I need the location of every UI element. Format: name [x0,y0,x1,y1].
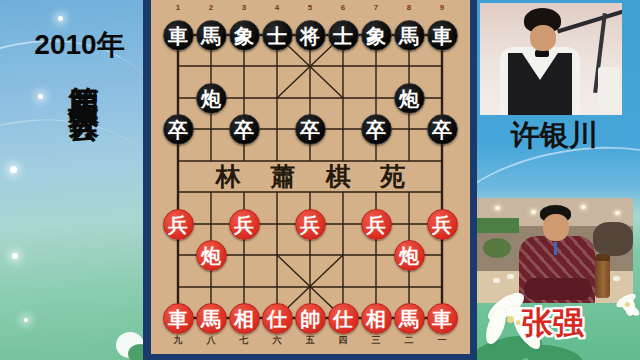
player-name-bottom: 张强 [477,302,640,344]
file-label: 3 [242,3,246,12]
sparkle-icon [58,16,63,21]
piece-black-soldier: 卒 [295,114,326,145]
player-figure [535,50,549,57]
board-frame-right [470,0,477,360]
piece-red-soldier: 兵 [229,209,260,240]
piece-red-advisor: 仕 [262,303,293,334]
cup [613,276,620,281]
piece-red-general: 帥 [295,303,326,334]
piece-red-soldier: 兵 [163,209,194,240]
piece-red-elephant: 相 [361,303,392,334]
piece-black-advisor: 士 [262,20,293,51]
file-label: 六 [273,334,282,347]
file-label: 五 [306,334,315,347]
event-title: 第四届体育大会 [62,62,104,90]
piece-red-horse: 馬 [196,303,227,334]
piece-black-soldier: 卒 [361,114,392,145]
cup [507,274,514,279]
xiangqi-board: 林蕭棋苑 123456789 九八七六五四三二一 車馬象士将士象馬車炮炮卒卒卒卒… [151,0,470,354]
file-label: 8 [407,3,411,12]
player-figure [554,242,557,255]
thermos [595,254,610,298]
radiator [598,67,620,109]
cup [493,278,500,283]
player-name-top: 许银川 [477,116,640,156]
camera-rig [557,9,622,34]
piece-black-cannon: 炮 [196,83,227,114]
video-frame: 2010年 第四届体育大会 林蕭棋苑 123456789 九八七六五四三二一 車… [0,0,640,360]
banner [477,218,519,233]
left-title-panel: 2010年 第四届体育大会 [0,0,143,360]
file-label: 5 [308,3,312,12]
piece-black-soldier: 卒 [163,114,194,145]
file-label: 一 [438,334,447,347]
piece-red-soldier: 兵 [361,209,392,240]
room-background [593,222,633,256]
piece-black-soldier: 卒 [427,114,458,145]
piece-red-chariot: 車 [427,303,458,334]
file-label: 二 [405,334,414,347]
piece-red-elephant: 相 [229,303,260,334]
ceiling-light [581,205,586,209]
piece-black-advisor: 士 [328,20,359,51]
sparkle-icon [12,253,18,259]
sparkle-icon [38,94,43,99]
ceiling-light [495,206,500,210]
piece-red-advisor: 仕 [328,303,359,334]
file-label: 4 [275,3,279,12]
piece-black-general: 将 [295,20,326,51]
piece-black-soldier: 卒 [229,114,260,145]
piece-black-chariot: 車 [163,20,194,51]
piece-black-horse: 馬 [196,20,227,51]
file-label: 9 [440,3,444,12]
piece-black-elephant: 象 [361,20,392,51]
player-photo-top [480,3,622,115]
file-label: 三 [372,334,381,347]
ceiling-light [531,210,536,214]
player-photo-bottom [477,198,633,303]
event-year: 2010年 [0,26,143,64]
sparkle-icon [24,318,28,322]
sparkle-icon [10,166,17,173]
piece-red-soldier: 兵 [295,209,326,240]
file-label: 6 [341,3,345,12]
piece-red-soldier: 兵 [427,209,458,240]
player-figure [543,214,569,241]
plant [483,238,511,258]
ceiling-light [615,211,620,215]
board-frame-bottom [143,354,477,360]
player-figure [530,25,556,51]
board-frame-left [143,0,151,360]
piece-black-horse: 馬 [394,20,425,51]
piece-black-cannon: 炮 [394,83,425,114]
piece-red-chariot: 車 [163,303,194,334]
file-label: 7 [374,3,378,12]
player-figure [524,278,592,300]
file-label: 四 [339,334,348,347]
piece-black-elephant: 象 [229,20,260,51]
players-panel: 许银川 [477,0,640,360]
file-label: 1 [176,3,180,12]
piece-red-horse: 馬 [394,303,425,334]
piece-black-chariot: 車 [427,20,458,51]
file-label: 九 [174,334,183,347]
file-label: 七 [240,334,249,347]
piece-red-cannon: 炮 [196,240,227,271]
file-label: 2 [209,3,213,12]
piece-red-cannon: 炮 [394,240,425,271]
file-label: 八 [207,334,216,347]
river-label: 林蕭棋苑 [151,162,470,192]
